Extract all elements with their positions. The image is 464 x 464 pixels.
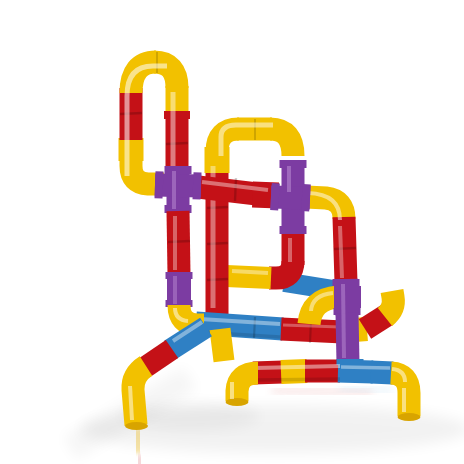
cross-connector-right [271, 160, 310, 234]
cross-connector-left [155, 166, 201, 213]
drop-from-right-cross-pipe [226, 230, 293, 278]
middle-foot-upper [220, 329, 224, 361]
middle-foot-elbow [226, 373, 259, 406]
pipe-structure-illustration [40, 16, 464, 464]
tower-front-leg-pipes [168, 211, 190, 307]
right-column-lower-pipes [334, 279, 361, 363]
tall-left-arch-pipes [120, 52, 188, 184]
right-column-upper-pipes [306, 193, 356, 283]
toy-pipe-structure-photo [40, 16, 464, 464]
